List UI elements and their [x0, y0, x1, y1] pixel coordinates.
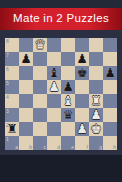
- square-d4[interactable]: [47, 94, 61, 108]
- square-f6[interactable]: ♚: [75, 66, 89, 80]
- square-a2[interactable]: 2♜: [5, 122, 19, 136]
- square-h3[interactable]: [103, 108, 117, 122]
- square-c3[interactable]: [33, 108, 47, 122]
- square-h2[interactable]: [103, 122, 117, 136]
- square-e2[interactable]: [61, 122, 75, 136]
- square-d3[interactable]: [47, 108, 61, 122]
- white-pawn-f2[interactable]: ♟: [76, 123, 87, 136]
- square-f5[interactable]: [75, 80, 89, 94]
- square-c8[interactable]: ♛: [33, 38, 47, 52]
- rank-label-8: 8: [6, 39, 9, 44]
- square-b6[interactable]: [19, 66, 33, 80]
- square-a5[interactable]: 5: [5, 80, 19, 94]
- square-f8[interactable]: [75, 38, 89, 52]
- square-a4[interactable]: 4: [5, 94, 19, 108]
- square-c4[interactable]: [33, 94, 47, 108]
- square-h1[interactable]: h: [103, 136, 117, 150]
- square-e6[interactable]: [61, 66, 75, 80]
- white-pawn-d5[interactable]: ♟: [48, 81, 59, 94]
- square-g3[interactable]: ♟: [89, 108, 103, 122]
- square-b3[interactable]: [19, 108, 33, 122]
- square-e5[interactable]: ♟: [61, 80, 75, 94]
- square-c5[interactable]: [33, 80, 47, 94]
- square-h6[interactable]: ♟: [103, 66, 117, 80]
- square-e7[interactable]: [61, 52, 75, 66]
- square-g5[interactable]: [89, 80, 103, 94]
- rank-label-4: 4: [6, 95, 9, 100]
- black-pawn-b7[interactable]: ♟: [20, 53, 31, 66]
- square-g2[interactable]: ♚: [89, 122, 103, 136]
- puzzle-title: Mate in 2 Puzzles: [13, 13, 109, 25]
- square-e8[interactable]: [61, 38, 75, 52]
- chess-board[interactable]: 8♛7♟♟6♝♚♟5♟♟4♝♜3♛♟2♜♟♚1abcdefgh: [5, 38, 117, 150]
- file-label-c: c: [44, 145, 47, 150]
- square-b4[interactable]: [19, 94, 33, 108]
- rank-label-7: 7: [6, 53, 9, 58]
- file-label-b: b: [29, 145, 32, 150]
- file-label-e: e: [71, 145, 74, 150]
- square-c7[interactable]: [33, 52, 47, 66]
- white-king-g2[interactable]: ♚: [90, 123, 101, 136]
- file-label-a: a: [15, 145, 18, 150]
- square-d8[interactable]: [47, 38, 61, 52]
- black-pawn-e5[interactable]: ♟: [62, 81, 73, 94]
- black-rook-a2[interactable]: ♜: [6, 123, 17, 136]
- white-bishop-e4[interactable]: ♝: [62, 95, 73, 108]
- square-g6[interactable]: [89, 66, 103, 80]
- white-queen-c8[interactable]: ♛: [34, 39, 45, 52]
- square-h5[interactable]: [103, 80, 117, 94]
- square-a6[interactable]: 6: [5, 66, 19, 80]
- white-pawn-g3[interactable]: ♟: [90, 109, 101, 122]
- square-a7[interactable]: 7: [5, 52, 19, 66]
- square-a3[interactable]: 3: [5, 108, 19, 122]
- square-h4[interactable]: [103, 94, 117, 108]
- square-b1[interactable]: b: [19, 136, 33, 150]
- square-h7[interactable]: [103, 52, 117, 66]
- square-g1[interactable]: g: [89, 136, 103, 150]
- square-d5[interactable]: ♟: [47, 80, 61, 94]
- black-pawn-f7[interactable]: ♟: [76, 53, 87, 66]
- square-e3[interactable]: ♛: [61, 108, 75, 122]
- square-d2[interactable]: [47, 122, 61, 136]
- square-a8[interactable]: 8: [5, 38, 19, 52]
- square-b5[interactable]: [19, 80, 33, 94]
- square-b2[interactable]: [19, 122, 33, 136]
- rank-label-3: 3: [6, 109, 9, 114]
- board-section: 8♛7♟♟6♝♚♟5♟♟4♝♜3♛♟2♜♟♚1abcdefgh: [0, 30, 122, 155]
- file-label-f: f: [87, 145, 88, 150]
- title-banner: Mate in 2 Puzzles: [0, 8, 122, 30]
- square-h8[interactable]: [103, 38, 117, 52]
- white-rook-g4[interactable]: ♜: [90, 95, 101, 108]
- rank-label-1: 1: [6, 137, 9, 142]
- square-d7[interactable]: [47, 52, 61, 66]
- file-label-h: h: [113, 145, 116, 150]
- square-d1[interactable]: d: [47, 136, 61, 150]
- bottom-spacer: [0, 155, 122, 182]
- square-g4[interactable]: ♜: [89, 94, 103, 108]
- square-a1[interactable]: 1a: [5, 136, 19, 150]
- square-d6[interactable]: ♝: [47, 66, 61, 80]
- rank-label-5: 5: [6, 81, 9, 86]
- black-bishop-d6[interactable]: ♝: [48, 67, 59, 80]
- black-pawn-h6[interactable]: ♟: [104, 67, 115, 80]
- square-f2[interactable]: ♟: [75, 122, 89, 136]
- square-f4[interactable]: [75, 94, 89, 108]
- square-b8[interactable]: [19, 38, 33, 52]
- black-king-f6[interactable]: ♚: [76, 67, 87, 80]
- square-f1[interactable]: f: [75, 136, 89, 150]
- square-e4[interactable]: ♝: [61, 94, 75, 108]
- rank-label-6: 6: [6, 67, 9, 72]
- square-c6[interactable]: [33, 66, 47, 80]
- square-e1[interactable]: e: [61, 136, 75, 150]
- square-c1[interactable]: c: [33, 136, 47, 150]
- file-label-g: g: [99, 145, 102, 150]
- square-f7[interactable]: ♟: [75, 52, 89, 66]
- top-spacer: [0, 0, 122, 8]
- black-queen-e3[interactable]: ♛: [62, 109, 73, 122]
- file-label-d: d: [57, 145, 60, 150]
- square-f3[interactable]: [75, 108, 89, 122]
- square-g7[interactable]: [89, 52, 103, 66]
- square-c2[interactable]: [33, 122, 47, 136]
- square-g8[interactable]: [89, 38, 103, 52]
- square-b7[interactable]: ♟: [19, 52, 33, 66]
